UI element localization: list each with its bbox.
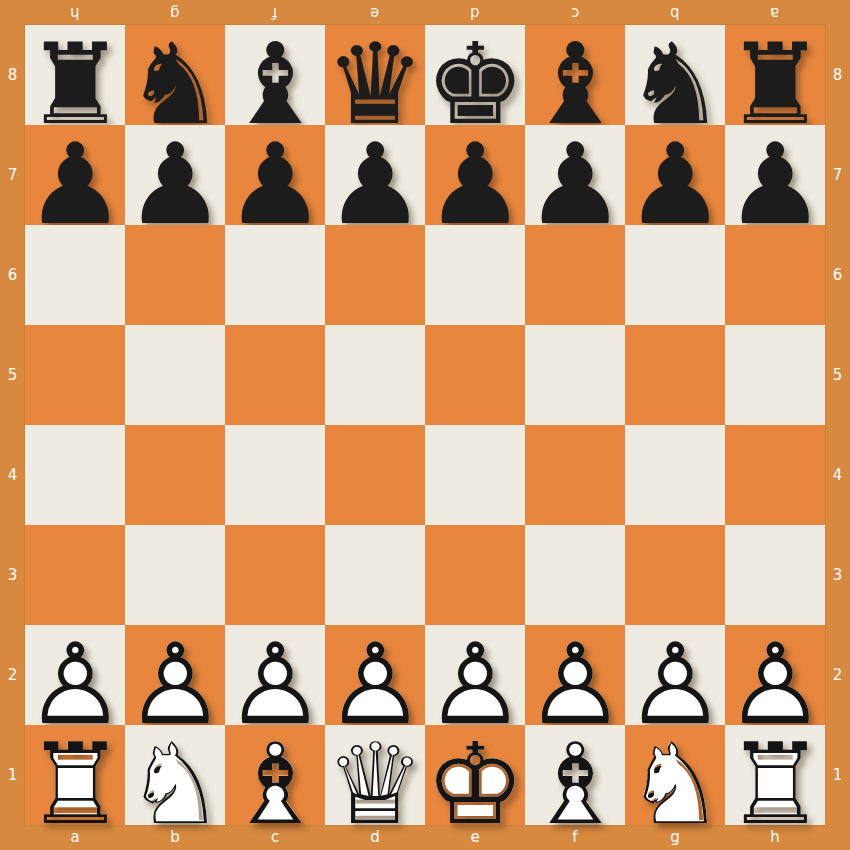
square-h3[interactable] [725,525,825,625]
rank-label-right-6: 6 [833,268,843,283]
square-d7[interactable]: ♟ [325,125,425,225]
piece-black-pawn[interactable]: ♟ [25,128,125,240]
square-h1[interactable]: ♜♖ [725,725,825,825]
square-b4[interactable] [125,425,225,525]
square-g2[interactable]: ♟♙ [625,625,725,725]
square-f8[interactable]: ♝ [525,25,625,125]
white-piece-outline-layer: ♗ [225,728,325,840]
square-a5[interactable] [25,325,125,425]
square-b1[interactable]: ♞♘ [125,725,225,825]
square-d8[interactable]: ♛ [325,25,425,125]
piece-white-queen[interactable]: ♛♕ [325,728,425,840]
square-h7[interactable]: ♟ [725,125,825,225]
white-piece-outline-layer: ♖ [725,728,825,840]
white-piece-outline-layer: ♘ [125,728,225,840]
file-label-top-b: b [670,5,680,20]
white-piece-outline-layer: ♖ [25,728,125,840]
square-h4[interactable] [725,425,825,525]
square-b5[interactable] [125,325,225,425]
square-c6[interactable] [225,225,325,325]
piece-black-pawn[interactable]: ♟ [425,128,525,240]
white-piece-outline-layer: ♗ [525,728,625,840]
square-d1[interactable]: ♛♕ [325,725,425,825]
chessboard-frame: hgfedcba abcdefgh 87654321 87654321 ♜♞♝♛… [0,0,850,850]
piece-black-pawn[interactable]: ♟ [525,128,625,240]
file-label-top-e: e [370,5,379,20]
square-c4[interactable] [225,425,325,525]
piece-white-rook[interactable]: ♜♖ [25,728,125,840]
square-a7[interactable]: ♟ [25,125,125,225]
square-b3[interactable] [125,525,225,625]
square-e5[interactable] [425,325,525,425]
square-c8[interactable]: ♝ [225,25,325,125]
rank-labels-left: 87654321 [0,25,25,825]
white-piece-outline-layer: ♔ [425,728,525,840]
piece-black-pawn[interactable]: ♟ [125,128,225,240]
rank-label-right-1: 1 [833,768,843,783]
piece-black-pawn[interactable]: ♟ [625,128,725,240]
rank-label-right-8: 8 [833,68,843,83]
square-f7[interactable]: ♟ [525,125,625,225]
rank-label-left-7: 7 [8,168,18,183]
square-g5[interactable] [625,325,725,425]
square-c3[interactable] [225,525,325,625]
square-a8[interactable]: ♜ [25,25,125,125]
square-a4[interactable] [25,425,125,525]
square-e1[interactable]: ♚♔ [425,725,525,825]
file-label-top-f: f [272,5,277,20]
rank-label-right-2: 2 [833,668,843,683]
file-label-top-g: g [170,5,180,20]
rank-labels-right: 87654321 [825,25,850,825]
square-a6[interactable] [25,225,125,325]
black-piece-glyph: ♟ [725,128,825,240]
rank-label-left-8: 8 [8,68,18,83]
square-g4[interactable] [625,425,725,525]
piece-white-knight[interactable]: ♞♘ [125,728,225,840]
square-e7[interactable]: ♟ [425,125,525,225]
black-piece-glyph: ♟ [625,128,725,240]
rank-label-left-6: 6 [8,268,18,283]
square-a2[interactable]: ♟♙ [25,625,125,725]
square-d5[interactable] [325,325,425,425]
square-b7[interactable]: ♟ [125,125,225,225]
square-g6[interactable] [625,225,725,325]
rank-label-left-1: 1 [8,768,18,783]
square-e3[interactable] [425,525,525,625]
rank-label-left-5: 5 [8,368,18,383]
square-b8[interactable]: ♞ [125,25,225,125]
file-label-top-h: h [70,5,80,20]
piece-white-rook[interactable]: ♜♖ [725,728,825,840]
piece-white-king[interactable]: ♚♔ [425,728,525,840]
white-piece-outline-layer: ♕ [325,728,425,840]
square-g3[interactable] [625,525,725,625]
square-f1[interactable]: ♝♗ [525,725,625,825]
rank-label-left-4: 4 [8,468,18,483]
black-piece-glyph: ♟ [525,128,625,240]
square-b6[interactable] [125,225,225,325]
black-piece-glyph: ♟ [125,128,225,240]
square-e2[interactable]: ♟♙ [425,625,525,725]
piece-black-pawn[interactable]: ♟ [725,128,825,240]
square-f2[interactable]: ♟♙ [525,625,625,725]
black-piece-glyph: ♟ [225,128,325,240]
square-h2[interactable]: ♟♙ [725,625,825,725]
square-g7[interactable]: ♟ [625,125,725,225]
piece-white-knight[interactable]: ♞♘ [625,728,725,840]
chess-board: ♜♞♝♛♚♝♞♜♟♟♟♟♟♟♟♟♟♙♟♙♟♙♟♙♟♙♟♙♟♙♟♙♜♖♞♘♝♗♛♕… [25,25,825,825]
rank-label-right-3: 3 [833,568,843,583]
square-f4[interactable] [525,425,625,525]
rank-label-left-3: 3 [8,568,18,583]
black-piece-glyph: ♟ [425,128,525,240]
white-piece-outline-layer: ♘ [625,728,725,840]
piece-white-bishop[interactable]: ♝♗ [225,728,325,840]
square-f3[interactable] [525,525,625,625]
piece-black-pawn[interactable]: ♟ [325,128,425,240]
square-h8[interactable]: ♜ [725,25,825,125]
square-d4[interactable] [325,425,425,525]
square-d6[interactable] [325,225,425,325]
square-e4[interactable] [425,425,525,525]
square-d2[interactable]: ♟♙ [325,625,425,725]
black-piece-glyph: ♟ [25,128,125,240]
square-g8[interactable]: ♞ [625,25,725,125]
square-e8[interactable]: ♚ [425,25,525,125]
square-h6[interactable] [725,225,825,325]
piece-white-bishop[interactable]: ♝♗ [525,728,625,840]
square-c1[interactable]: ♝♗ [225,725,325,825]
file-label-top-d: d [470,5,480,20]
square-d3[interactable] [325,525,425,625]
square-f5[interactable] [525,325,625,425]
square-c7[interactable]: ♟ [225,125,325,225]
square-b2[interactable]: ♟♙ [125,625,225,725]
rank-label-left-2: 2 [8,668,18,683]
piece-black-pawn[interactable]: ♟ [225,128,325,240]
square-h5[interactable] [725,325,825,425]
square-f6[interactable] [525,225,625,325]
square-g1[interactable]: ♞♘ [625,725,725,825]
file-label-top-a: a [770,5,779,20]
square-c5[interactable] [225,325,325,425]
black-piece-glyph: ♟ [325,128,425,240]
square-c2[interactable]: ♟♙ [225,625,325,725]
file-label-top-c: c [571,5,579,20]
rank-label-right-5: 5 [833,368,843,383]
square-a1[interactable]: ♜♖ [25,725,125,825]
rank-label-right-4: 4 [833,468,843,483]
square-e6[interactable] [425,225,525,325]
rank-label-right-7: 7 [833,168,843,183]
square-a3[interactable] [25,525,125,625]
